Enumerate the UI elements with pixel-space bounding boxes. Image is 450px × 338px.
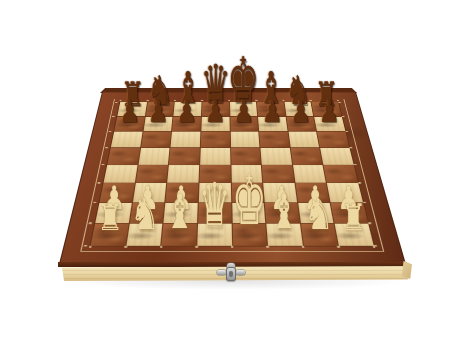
piece-white-king-e1[interactable]: ♚ [232,168,267,237]
inlay-pin [266,246,269,248]
inlay-pin [349,147,352,148]
piece-white-bishop-c1[interactable]: ♝ [165,188,194,236]
square-c6[interactable] [171,132,201,148]
piece-white-queen-d1[interactable]: ♛ [198,177,231,236]
square-b6[interactable] [141,132,171,148]
inlay-pin [89,222,92,224]
piece-white-knight-b1[interactable]: ♞ [130,193,160,237]
case-side-end [402,261,412,279]
square-h6[interactable] [317,132,349,148]
piece-black-pawn-a7[interactable]: ♟ [120,96,141,126]
square-b5[interactable] [138,148,169,165]
piece-black-pawn-f7[interactable]: ♟ [262,96,283,126]
square-h5[interactable] [320,148,353,165]
product-photo-stage: ♜♞♝♛♚♝♞♜♟♟♟♟♟♟♟♟♟♟♟♟♟♟♟♟♜♞♝♛♚♝♞♜ [0,0,450,338]
inlay-pin [195,246,198,248]
piece-white-bishop-f1[interactable]: ♝ [270,188,299,236]
inlay-pin [342,116,345,117]
piece-black-pawn-h7[interactable]: ♟ [319,96,340,126]
inlay-pin [112,116,115,117]
square-c5[interactable] [169,148,200,165]
clasp-right-wing [236,270,245,275]
square-d5[interactable] [200,148,230,165]
clasp-left-wing [217,270,226,275]
clasp-body [226,267,236,281]
square-g6[interactable] [288,132,319,148]
metal-clasp-icon [217,263,245,282]
inlay-pin [97,182,100,184]
piece-white-knight-g1[interactable]: ♞ [304,193,334,237]
inlay-pin [124,246,127,248]
square-a5[interactable] [107,148,139,165]
inlay-pin [368,222,372,224]
piece-black-pawn-c7[interactable]: ♟ [177,96,198,126]
piece-black-pawn-e7[interactable]: ♟ [233,96,254,126]
inlay-pin [105,147,108,148]
square-g5[interactable] [291,148,323,165]
piece-black-pawn-b7[interactable]: ♟ [148,96,169,126]
square-a6[interactable] [111,132,142,148]
square-e6[interactable] [230,132,259,148]
piece-black-pawn-d7[interactable]: ♟ [205,96,226,126]
piece-white-rook-a1[interactable]: ♜ [97,199,123,236]
piece-black-pawn-g7[interactable]: ♟ [290,96,311,126]
square-f6[interactable] [259,132,289,148]
piece-white-rook-h1[interactable]: ♜ [341,199,367,236]
inlay-pin [374,245,378,247]
square-d6[interactable] [201,132,230,148]
inlay-pin [345,131,348,132]
inlay-pin [354,164,357,166]
inlay-pin [337,246,341,248]
